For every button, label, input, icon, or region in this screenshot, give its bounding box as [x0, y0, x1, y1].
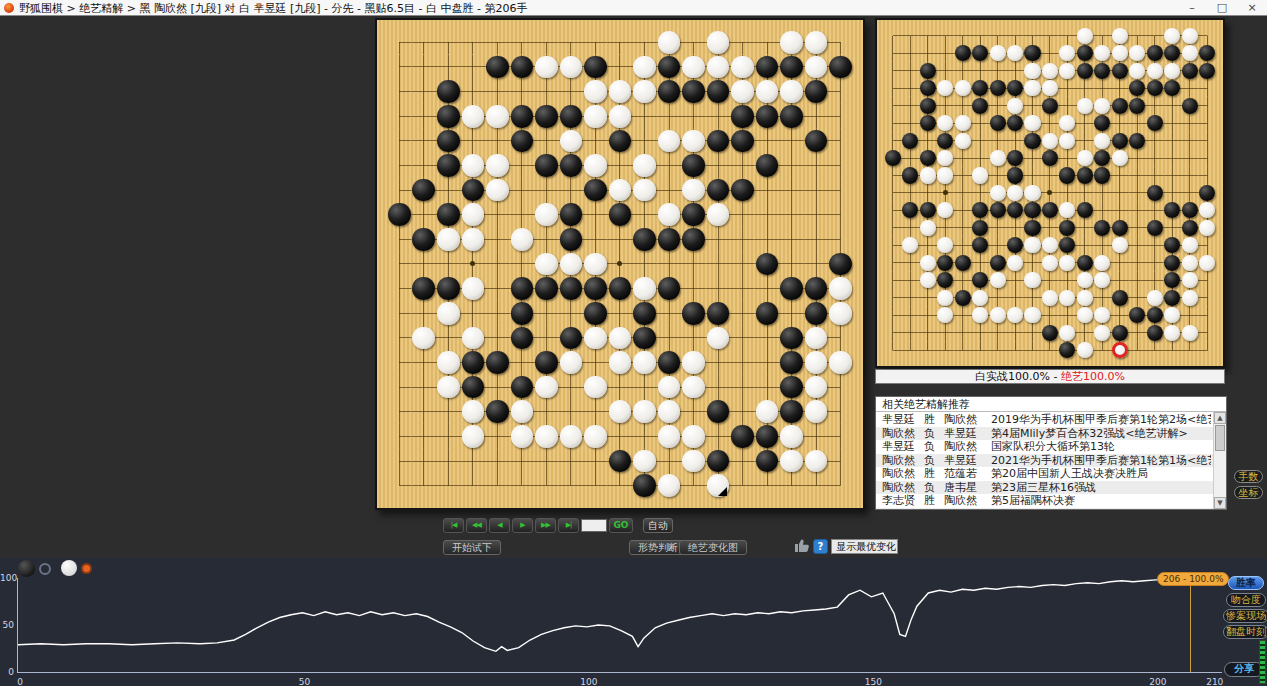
black-stone[interactable]	[731, 179, 754, 202]
intersection[interactable]	[971, 289, 988, 306]
intersection[interactable]	[1024, 44, 1041, 61]
black-stone[interactable]	[731, 425, 754, 448]
intersection[interactable]	[1076, 79, 1093, 96]
intersection[interactable]	[1059, 132, 1076, 149]
black-stone[interactable]	[780, 277, 803, 300]
intersection[interactable]	[1041, 237, 1058, 254]
intersection[interactable]	[1094, 237, 1111, 254]
intersection[interactable]	[412, 178, 437, 203]
intersection[interactable]	[510, 399, 535, 424]
intersection[interactable]	[1181, 132, 1198, 149]
intersection[interactable]	[485, 178, 510, 203]
white-stone[interactable]	[1147, 63, 1163, 79]
intersection[interactable]	[559, 104, 584, 129]
intersection[interactable]	[1199, 132, 1216, 149]
white-stone[interactable]	[437, 228, 460, 251]
intersection[interactable]	[559, 227, 584, 252]
go-button[interactable]: GO	[609, 518, 633, 533]
intersection[interactable]	[485, 375, 510, 400]
intersection[interactable]	[828, 129, 853, 154]
intersection[interactable]	[884, 272, 901, 289]
white-stone[interactable]	[658, 203, 681, 226]
black-stone[interactable]	[972, 98, 988, 114]
white-stone[interactable]	[756, 80, 779, 103]
white-stone[interactable]	[1077, 342, 1093, 358]
intersection[interactable]	[1024, 289, 1041, 306]
intersection[interactable]	[559, 399, 584, 424]
intersection[interactable]	[534, 153, 559, 178]
intersection[interactable]	[989, 272, 1006, 289]
intersection[interactable]	[1059, 62, 1076, 79]
intersection[interactable]	[632, 104, 657, 129]
white-stone[interactable]	[1094, 98, 1110, 114]
intersection[interactable]	[1059, 202, 1076, 219]
intersection[interactable]	[1129, 342, 1146, 359]
intersection[interactable]	[1199, 167, 1216, 184]
intersection[interactable]	[1111, 114, 1128, 131]
best-variation-dropdown[interactable]: 显示最优变化 ∨	[831, 539, 898, 554]
intersection[interactable]	[387, 129, 412, 154]
black-stone[interactable]	[1182, 63, 1198, 79]
intersection[interactable]	[1199, 44, 1216, 61]
intersection[interactable]	[1111, 97, 1128, 114]
intersection[interactable]	[1041, 324, 1058, 341]
intersection[interactable]	[412, 473, 437, 498]
coordinates-button[interactable]: 坐标	[1234, 486, 1263, 499]
intersection[interactable]	[779, 449, 804, 474]
black-stone[interactable]	[1182, 220, 1198, 236]
move-number-input[interactable]	[581, 519, 607, 532]
intersection[interactable]	[510, 326, 535, 351]
white-stone[interactable]	[609, 400, 632, 423]
white-stone[interactable]	[1024, 63, 1040, 79]
intersection[interactable]	[1146, 149, 1163, 166]
intersection[interactable]	[804, 449, 829, 474]
intersection[interactable]	[387, 375, 412, 400]
graph-tab-3[interactable]: 惨案现场	[1223, 609, 1267, 623]
intersection[interactable]	[1111, 149, 1128, 166]
auto-play-button[interactable]: 自动	[643, 518, 673, 533]
intersection[interactable]	[779, 55, 804, 80]
intersection[interactable]	[919, 167, 936, 184]
white-stone[interactable]	[1094, 272, 1110, 288]
intersection[interactable]	[989, 184, 1006, 201]
white-stone[interactable]	[1042, 80, 1058, 96]
black-stone[interactable]	[1112, 220, 1128, 236]
black-stone[interactable]	[756, 154, 779, 177]
black-stone[interactable]	[990, 115, 1006, 131]
intersection[interactable]	[954, 167, 971, 184]
black-stone[interactable]	[437, 105, 460, 128]
intersection[interactable]	[559, 424, 584, 449]
intersection[interactable]	[657, 79, 682, 104]
intersection[interactable]	[1199, 254, 1216, 271]
black-stone[interactable]	[1059, 237, 1075, 253]
intersection[interactable]	[510, 178, 535, 203]
white-stone[interactable]	[1077, 290, 1093, 306]
white-stone[interactable]	[955, 133, 971, 149]
intersection[interactable]	[1041, 149, 1058, 166]
intersection[interactable]	[1006, 79, 1023, 96]
intersection[interactable]	[936, 219, 953, 236]
intersection[interactable]	[779, 424, 804, 449]
white-stone[interactable]	[1129, 63, 1145, 79]
intersection[interactable]	[412, 129, 437, 154]
intersection[interactable]	[1164, 219, 1181, 236]
white-stone[interactable]	[920, 167, 936, 183]
intersection[interactable]	[1024, 114, 1041, 131]
black-stone[interactable]	[1112, 133, 1128, 149]
intersection[interactable]	[828, 326, 853, 351]
black-stone[interactable]	[707, 302, 730, 325]
intersection[interactable]	[954, 132, 971, 149]
intersection[interactable]	[657, 449, 682, 474]
intersection[interactable]	[1006, 114, 1023, 131]
intersection[interactable]	[1181, 44, 1198, 61]
black-stone[interactable]	[1147, 220, 1163, 236]
intersection[interactable]	[1094, 272, 1111, 289]
intersection[interactable]	[1094, 324, 1111, 341]
intersection[interactable]	[828, 30, 853, 55]
intersection[interactable]	[1111, 289, 1128, 306]
black-stone[interactable]	[920, 150, 936, 166]
intersection[interactable]	[706, 153, 731, 178]
black-stone[interactable]	[1147, 307, 1163, 323]
intersection[interactable]	[1006, 219, 1023, 236]
intersection[interactable]	[706, 326, 731, 351]
intersection[interactable]	[1059, 97, 1076, 114]
intersection[interactable]	[706, 424, 731, 449]
black-stone[interactable]	[780, 351, 803, 374]
scroll-up-icon[interactable]: ▲	[1214, 412, 1226, 424]
maximize-button[interactable]: □	[1211, 0, 1233, 15]
intersection[interactable]	[1041, 44, 1058, 61]
intersection[interactable]	[755, 79, 780, 104]
intersection[interactable]	[730, 79, 755, 104]
intersection[interactable]	[461, 424, 486, 449]
black-stone[interactable]	[658, 277, 681, 300]
black-stone[interactable]	[682, 302, 705, 325]
white-stone[interactable]	[535, 253, 558, 276]
intersection[interactable]	[1199, 324, 1216, 341]
intersection[interactable]	[730, 375, 755, 400]
intersection[interactable]	[919, 254, 936, 271]
intersection[interactable]	[706, 449, 731, 474]
intersection[interactable]	[412, 252, 437, 277]
intersection[interactable]	[919, 132, 936, 149]
black-stone[interactable]	[486, 400, 509, 423]
black-stone[interactable]	[1007, 115, 1023, 131]
intersection[interactable]	[730, 276, 755, 301]
intersection[interactable]	[1146, 44, 1163, 61]
black-stone[interactable]	[437, 203, 460, 226]
intersection[interactable]	[1181, 202, 1198, 219]
intersection[interactable]	[1094, 167, 1111, 184]
intersection[interactable]	[804, 178, 829, 203]
intersection[interactable]	[1076, 27, 1093, 44]
white-stone[interactable]	[805, 31, 828, 54]
intersection[interactable]	[1041, 254, 1058, 271]
intersection[interactable]	[1041, 289, 1058, 306]
intersection[interactable]	[681, 350, 706, 375]
intersection[interactable]	[804, 202, 829, 227]
intersection[interactable]	[989, 237, 1006, 254]
intersection[interactable]	[657, 326, 682, 351]
intersection[interactable]	[919, 149, 936, 166]
intersection[interactable]	[884, 184, 901, 201]
close-button[interactable]: ×	[1241, 0, 1263, 15]
intersection[interactable]	[583, 153, 608, 178]
intersection[interactable]	[1181, 272, 1198, 289]
intersection[interactable]	[828, 79, 853, 104]
intersection[interactable]	[954, 27, 971, 44]
black-stone[interactable]	[682, 228, 705, 251]
intersection[interactable]	[510, 79, 535, 104]
black-stone[interactable]	[805, 130, 828, 153]
table-row[interactable]: 陶欣然负唐韦星第23届三星杯16强战	[876, 481, 1213, 495]
intersection[interactable]	[828, 473, 853, 498]
intersection[interactable]	[730, 301, 755, 326]
white-stone[interactable]	[584, 80, 607, 103]
black-stone[interactable]	[437, 154, 460, 177]
white-stone[interactable]	[902, 237, 918, 253]
intersection[interactable]	[804, 104, 829, 129]
white-stone[interactable]	[1007, 185, 1023, 201]
white-stone[interactable]	[829, 351, 852, 374]
intersection[interactable]	[632, 252, 657, 277]
white-stone[interactable]	[535, 425, 558, 448]
intersection[interactable]	[919, 219, 936, 236]
white-stone[interactable]	[1182, 272, 1198, 288]
intersection[interactable]	[1059, 237, 1076, 254]
white-stone[interactable]	[1059, 290, 1075, 306]
white-stone[interactable]	[437, 351, 460, 374]
black-stone[interactable]	[682, 203, 705, 226]
intersection[interactable]	[1024, 342, 1041, 359]
ai-variation-map-button[interactable]: 绝艺变化图	[679, 540, 747, 555]
black-stone[interactable]	[437, 277, 460, 300]
intersection[interactable]	[1129, 324, 1146, 341]
black-stone[interactable]	[462, 376, 485, 399]
white-stone[interactable]	[535, 376, 558, 399]
intersection[interactable]	[1024, 202, 1041, 219]
white-stone[interactable]	[1182, 28, 1198, 44]
black-stone[interactable]	[584, 179, 607, 202]
intersection[interactable]	[730, 129, 755, 154]
intersection[interactable]	[632, 153, 657, 178]
black-stone[interactable]	[511, 302, 534, 325]
intersection[interactable]	[1059, 167, 1076, 184]
intersection[interactable]	[1181, 167, 1198, 184]
intersection[interactable]	[681, 202, 706, 227]
intersection[interactable]	[461, 202, 486, 227]
intersection[interactable]	[1199, 62, 1216, 79]
black-stone[interactable]	[972, 202, 988, 218]
white-stone[interactable]	[633, 56, 656, 79]
white-stone[interactable]	[1129, 45, 1145, 61]
intersection[interactable]	[1146, 307, 1163, 324]
white-stone[interactable]	[1112, 150, 1128, 166]
black-stone[interactable]	[658, 56, 681, 79]
intersection[interactable]	[1164, 62, 1181, 79]
white-stone[interactable]	[535, 56, 558, 79]
intersection[interactable]	[436, 55, 461, 80]
black-stone[interactable]	[658, 351, 681, 374]
intersection[interactable]	[1006, 307, 1023, 324]
black-stone[interactable]	[955, 290, 971, 306]
intersection[interactable]	[461, 473, 486, 498]
black-stone[interactable]	[756, 56, 779, 79]
white-stone[interactable]	[560, 351, 583, 374]
intersection[interactable]	[657, 276, 682, 301]
intersection[interactable]	[485, 55, 510, 80]
intersection[interactable]	[1041, 219, 1058, 236]
intersection[interactable]	[971, 97, 988, 114]
intersection[interactable]	[461, 30, 486, 55]
intersection[interactable]	[1024, 272, 1041, 289]
white-stone[interactable]	[972, 307, 988, 323]
white-stone[interactable]	[1007, 45, 1023, 61]
black-stone[interactable]	[437, 80, 460, 103]
intersection[interactable]	[1199, 272, 1216, 289]
intersection[interactable]	[608, 129, 633, 154]
intersection[interactable]	[559, 276, 584, 301]
minimize-button[interactable]: –	[1181, 0, 1203, 15]
marked-move-stone[interactable]	[1112, 342, 1128, 358]
intersection[interactable]	[971, 132, 988, 149]
white-stone[interactable]	[609, 80, 632, 103]
intersection[interactable]	[534, 252, 559, 277]
intersection[interactable]	[632, 227, 657, 252]
intersection[interactable]	[1076, 202, 1093, 219]
intersection[interactable]	[1094, 132, 1111, 149]
intersection[interactable]	[919, 202, 936, 219]
intersection[interactable]	[534, 424, 559, 449]
intersection[interactable]	[461, 301, 486, 326]
black-stone[interactable]	[412, 228, 435, 251]
intersection[interactable]	[936, 132, 953, 149]
intersection[interactable]	[534, 79, 559, 104]
white-stone[interactable]	[1042, 290, 1058, 306]
intersection[interactable]	[632, 375, 657, 400]
intersection[interactable]	[1059, 44, 1076, 61]
intersection[interactable]	[954, 202, 971, 219]
intersection[interactable]	[1094, 202, 1111, 219]
intersection[interactable]	[534, 399, 559, 424]
intersection[interactable]	[583, 227, 608, 252]
black-stone[interactable]	[829, 253, 852, 276]
last-move-button[interactable]: ▶|	[558, 518, 579, 533]
white-stone[interactable]	[990, 45, 1006, 61]
white-stone[interactable]	[1077, 272, 1093, 288]
intersection[interactable]	[1041, 342, 1058, 359]
intersection[interactable]	[510, 227, 535, 252]
black-stone[interactable]	[731, 130, 754, 153]
intersection[interactable]	[919, 97, 936, 114]
intersection[interactable]	[534, 326, 559, 351]
intersection[interactable]	[1199, 27, 1216, 44]
intersection[interactable]	[559, 252, 584, 277]
intersection[interactable]	[989, 114, 1006, 131]
intersection[interactable]	[412, 202, 437, 227]
intersection[interactable]	[954, 289, 971, 306]
intersection[interactable]	[559, 55, 584, 80]
intersection[interactable]	[1041, 184, 1058, 201]
intersection[interactable]	[989, 202, 1006, 219]
intersection[interactable]	[1146, 342, 1163, 359]
intersection[interactable]	[779, 326, 804, 351]
intersection[interactable]	[1129, 237, 1146, 254]
intersection[interactable]	[989, 289, 1006, 306]
white-stone[interactable]	[633, 277, 656, 300]
intersection[interactable]	[989, 44, 1006, 61]
intersection[interactable]	[1181, 289, 1198, 306]
intersection[interactable]	[884, 289, 901, 306]
white-stone[interactable]	[633, 179, 656, 202]
intersection[interactable]	[559, 202, 584, 227]
intersection[interactable]	[485, 350, 510, 375]
intersection[interactable]	[1146, 237, 1163, 254]
white-stone[interactable]	[1182, 237, 1198, 253]
white-stone[interactable]	[609, 179, 632, 202]
intersection[interactable]	[436, 178, 461, 203]
white-stone[interactable]	[707, 56, 730, 79]
intersection[interactable]	[1181, 254, 1198, 271]
black-stone[interactable]	[1147, 115, 1163, 131]
white-stone[interactable]	[658, 31, 681, 54]
intersection[interactable]	[534, 129, 559, 154]
black-stone[interactable]	[1077, 255, 1093, 271]
black-stone[interactable]	[1059, 167, 1075, 183]
intersection[interactable]	[1199, 219, 1216, 236]
intersection[interactable]	[1129, 202, 1146, 219]
intersection[interactable]	[1181, 27, 1198, 44]
intersection[interactable]	[971, 219, 988, 236]
black-stone[interactable]	[682, 80, 705, 103]
white-stone[interactable]	[682, 376, 705, 399]
intersection[interactable]	[884, 237, 901, 254]
intersection[interactable]	[828, 153, 853, 178]
intersection[interactable]	[971, 324, 988, 341]
intersection[interactable]	[1094, 44, 1111, 61]
white-stone[interactable]	[584, 327, 607, 350]
intersection[interactable]	[1129, 114, 1146, 131]
black-stone[interactable]	[1042, 150, 1058, 166]
intersection[interactable]	[1094, 342, 1111, 359]
intersection[interactable]	[730, 473, 755, 498]
intersection[interactable]	[583, 55, 608, 80]
intersection[interactable]	[681, 104, 706, 129]
intersection[interactable]	[534, 449, 559, 474]
black-stone[interactable]	[1164, 237, 1180, 253]
intersection[interactable]	[779, 276, 804, 301]
intersection[interactable]	[971, 167, 988, 184]
white-stone[interactable]	[937, 202, 953, 218]
intersection[interactable]	[755, 424, 780, 449]
intersection[interactable]	[583, 79, 608, 104]
white-stone[interactable]	[707, 327, 730, 350]
white-stone[interactable]	[707, 203, 730, 226]
intersection[interactable]	[954, 324, 971, 341]
white-stone[interactable]	[972, 290, 988, 306]
white-stone[interactable]	[1024, 237, 1040, 253]
black-stone[interactable]	[756, 105, 779, 128]
intersection[interactable]	[936, 149, 953, 166]
white-stone[interactable]	[707, 31, 730, 54]
intersection[interactable]	[901, 237, 918, 254]
intersection[interactable]	[681, 473, 706, 498]
white-stone[interactable]	[535, 203, 558, 226]
